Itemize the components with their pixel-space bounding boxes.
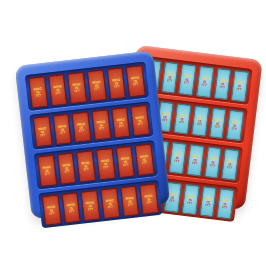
card-label: WHOISIT? (208, 157, 217, 168)
flip-card[interactable]: WHOISIT? (204, 146, 222, 178)
flip-card[interactable]: WHOISIT? (33, 115, 53, 147)
card-label: WHOISIT? (38, 126, 47, 137)
card-label-line: IT? (168, 198, 177, 202)
card-label-line: IT? (195, 122, 204, 126)
card-label-line: IT? (97, 126, 106, 130)
flip-card[interactable]: WHOISIT? (76, 150, 96, 182)
card-label-line: IT? (54, 91, 63, 95)
card-label: WHOISIT? (42, 165, 51, 176)
card-label-line: IT? (87, 207, 96, 211)
card-label: WHOISIT? (81, 161, 90, 172)
flip-card[interactable]: WHOISIT? (111, 106, 131, 138)
card-label-line: IT? (145, 200, 154, 204)
flip-card[interactable]: WHOISIT? (115, 146, 135, 178)
flip-card[interactable]: WHOISIT? (57, 152, 77, 184)
flip-card[interactable]: WHOISIT? (213, 68, 231, 100)
card-label-line: IT? (34, 93, 43, 97)
card-label: WHOISIT? (183, 74, 192, 85)
card-label: WHOISIT? (203, 196, 212, 207)
card-label-line: IT? (173, 159, 182, 163)
flip-card[interactable]: WHOISIT? (37, 155, 57, 187)
flip-card[interactable]: WHOISIT? (130, 104, 150, 136)
flip-card[interactable]: WHOISIT? (178, 63, 196, 95)
card-label-line: IT? (78, 128, 87, 132)
flip-card[interactable]: WHOISIT? (126, 65, 146, 97)
flip-card[interactable]: WHOISIT? (186, 144, 204, 176)
flip-card[interactable]: WHOISIT? (81, 189, 101, 221)
card-label-line: IT? (178, 120, 187, 124)
card-label-line: IT? (226, 165, 235, 169)
card-label: WHOISIT? (200, 76, 209, 87)
flip-card[interactable]: WHOISIT? (106, 67, 126, 99)
card-label-line: IT? (132, 82, 141, 86)
card-label-line: IT? (183, 81, 192, 85)
card-label: WHOISIT? (66, 202, 75, 213)
card-label: WHOISIT? (131, 76, 140, 87)
card-label: WHOISIT? (121, 156, 130, 167)
card-label-line: IT? (112, 84, 121, 88)
card-label: WHOISIT? (33, 87, 42, 98)
card-label-line: IT? (58, 130, 67, 134)
card-label: WHOISIT? (145, 193, 154, 204)
card-label: WHOISIT? (160, 111, 169, 122)
card-label: WHOISIT? (97, 119, 106, 130)
card-label-line: IT? (67, 209, 76, 213)
card-label: WHOISIT? (168, 192, 177, 203)
flip-card[interactable]: WHOISIT? (231, 70, 249, 102)
card-label: WHOISIT? (125, 196, 134, 207)
card-label-line: IT? (121, 163, 130, 167)
card-label-line: IT? (141, 161, 150, 165)
card-label: WHOISIT? (86, 200, 95, 211)
card-label: WHOISIT? (62, 163, 71, 174)
card-label-line: IT? (82, 167, 91, 171)
flip-card[interactable]: WHOISIT? (199, 185, 217, 217)
card-label: WHOISIT? (226, 159, 235, 170)
card-label-line: IT? (73, 89, 82, 93)
card-label: WHOISIT? (92, 80, 101, 91)
card-label: WHOISIT? (235, 81, 244, 92)
flip-card[interactable]: WHOISIT? (196, 66, 214, 98)
flip-card[interactable]: WHOISIT? (91, 109, 111, 141)
card-label: WHOISIT? (191, 155, 200, 166)
card-label-line: IT? (186, 200, 195, 204)
card-label: WHOISIT? (136, 115, 145, 126)
card-label-line: IT? (160, 118, 169, 122)
card-label: WHOISIT? (53, 85, 62, 96)
card-label-line: IT? (165, 78, 174, 82)
card-label-line: IT? (93, 87, 102, 91)
flip-card[interactable]: WHOISIT? (217, 188, 235, 220)
flip-card[interactable]: WHOISIT? (67, 72, 87, 104)
flip-card[interactable]: WHOISIT? (52, 113, 72, 145)
flip-card[interactable]: WHOISIT? (161, 61, 179, 93)
card-label-line: IT? (63, 170, 72, 174)
card-label: WHOISIT? (213, 118, 222, 129)
flip-card[interactable]: WHOISIT? (181, 183, 199, 215)
flip-card[interactable]: WHOISIT? (48, 74, 68, 106)
card-label: WHOISIT? (178, 113, 187, 124)
card-label: WHOISIT? (112, 78, 121, 89)
flip-card[interactable]: WHOISIT? (42, 194, 62, 226)
blue-board: WHOISIT?WHOISIT?WHOISIT?WHOISIT?WHOISIT?… (15, 51, 171, 220)
card-label: WHOISIT? (101, 159, 110, 170)
card-label-line: IT? (39, 133, 48, 137)
card-label-line: IT? (48, 211, 57, 215)
card-label: WHOISIT? (116, 117, 125, 128)
card-label: WHOISIT? (173, 153, 182, 164)
card-label-line: IT? (235, 87, 244, 91)
flip-card[interactable]: WHOISIT? (87, 69, 107, 101)
card-label-line: IT? (203, 203, 212, 207)
card-label-line: IT? (218, 85, 227, 89)
flip-card[interactable]: WHOISIT? (61, 192, 81, 224)
card-label-line: IT? (208, 163, 217, 167)
flip-card[interactable]: WHOISIT? (174, 103, 192, 135)
flip-card[interactable]: WHOISIT? (96, 148, 116, 180)
flip-card[interactable]: WHOISIT? (28, 76, 48, 108)
card-label-line: IT? (200, 83, 209, 87)
flip-card[interactable]: WHOISIT? (221, 148, 239, 180)
card-label: WHOISIT? (57, 124, 66, 135)
flip-card[interactable]: WHOISIT? (100, 187, 120, 219)
card-label: WHOISIT? (195, 116, 204, 127)
card-label: WHOISIT? (105, 198, 114, 209)
flip-card[interactable]: WHOISIT? (120, 185, 140, 217)
card-label: WHOISIT? (231, 120, 240, 131)
card-label-line: IT? (136, 121, 145, 125)
card-label: WHOISIT? (77, 122, 86, 133)
card-label: WHOISIT? (47, 205, 56, 216)
flip-card[interactable]: WHOISIT? (209, 107, 227, 139)
flip-card[interactable]: WHOISIT? (191, 105, 209, 137)
flip-card[interactable]: WHOISIT? (139, 183, 159, 215)
product-photo: WHOISIT?WHOISIT?WHOISIT?WHOISIT?WHOISIT?… (0, 0, 266, 266)
card-label-line: IT? (221, 205, 230, 209)
card-label-line: IT? (102, 165, 111, 169)
flip-card[interactable]: WHOISIT? (226, 109, 244, 141)
card-label-line: IT? (117, 124, 126, 128)
card-label: WHOISIT? (140, 154, 149, 165)
flip-card[interactable]: WHOISIT? (135, 143, 155, 175)
card-label: WHOISIT? (73, 82, 82, 93)
card-label-line: IT? (191, 161, 200, 165)
card-label-line: IT? (231, 126, 240, 130)
card-label: WHOISIT? (186, 194, 195, 205)
card-label-line: IT? (126, 202, 135, 206)
card-label-line: IT? (43, 172, 52, 176)
card-label: WHOISIT? (221, 198, 230, 209)
card-label: WHOISIT? (165, 72, 174, 83)
card-label: WHOISIT? (218, 79, 227, 90)
card-label-line: IT? (106, 204, 115, 208)
flip-card[interactable]: WHOISIT? (169, 142, 187, 174)
flip-card[interactable]: WHOISIT? (72, 111, 92, 143)
card-label-line: IT? (213, 124, 222, 128)
